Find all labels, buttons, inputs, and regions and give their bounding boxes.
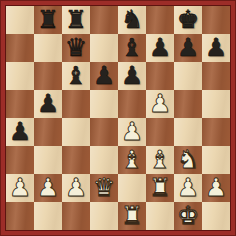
square-d3[interactable] xyxy=(90,146,118,174)
square-b6[interactable] xyxy=(34,62,62,90)
square-h8[interactable] xyxy=(202,6,230,34)
white-queen-d2[interactable]: ♛ xyxy=(93,175,115,200)
square-d2[interactable]: ♛ xyxy=(90,174,118,202)
white-bishop-e3[interactable]: ♝ xyxy=(121,147,143,172)
square-a7[interactable] xyxy=(6,34,34,62)
square-f6[interactable] xyxy=(146,62,174,90)
square-h7[interactable]: ♟ xyxy=(202,34,230,62)
square-e8[interactable]: ♞ xyxy=(118,6,146,34)
black-pawn-d6[interactable]: ♟ xyxy=(93,63,115,88)
white-bishop-f3[interactable]: ♝ xyxy=(149,147,171,172)
white-rook-e1[interactable]: ♜ xyxy=(121,203,143,228)
square-h1[interactable] xyxy=(202,202,230,230)
black-pawn-h7[interactable]: ♟ xyxy=(205,35,227,60)
black-pawn-b5[interactable]: ♟ xyxy=(37,91,59,116)
square-e7[interactable]: ♝ xyxy=(118,34,146,62)
black-pawn-f7[interactable]: ♟ xyxy=(149,35,171,60)
square-b3[interactable] xyxy=(34,146,62,174)
square-g2[interactable]: ♟ xyxy=(174,174,202,202)
square-b4[interactable] xyxy=(34,118,62,146)
square-f5[interactable]: ♟ xyxy=(146,90,174,118)
square-g3[interactable]: ♞ xyxy=(174,146,202,174)
black-pawn-g7[interactable]: ♟ xyxy=(177,35,199,60)
black-bishop-e7[interactable]: ♝ xyxy=(121,35,143,60)
black-knight-e8[interactable]: ♞ xyxy=(121,7,143,32)
square-d5[interactable] xyxy=(90,90,118,118)
white-pawn-c2[interactable]: ♟ xyxy=(65,175,87,200)
square-a4[interactable]: ♟ xyxy=(6,118,34,146)
square-f8[interactable] xyxy=(146,6,174,34)
square-d1[interactable] xyxy=(90,202,118,230)
square-b7[interactable] xyxy=(34,34,62,62)
square-e6[interactable]: ♟ xyxy=(118,62,146,90)
square-c3[interactable] xyxy=(62,146,90,174)
square-h5[interactable] xyxy=(202,90,230,118)
square-d8[interactable] xyxy=(90,6,118,34)
square-e1[interactable]: ♜ xyxy=(118,202,146,230)
square-b2[interactable]: ♟ xyxy=(34,174,62,202)
square-e3[interactable]: ♝ xyxy=(118,146,146,174)
square-g7[interactable]: ♟ xyxy=(174,34,202,62)
white-pawn-g2[interactable]: ♟ xyxy=(177,175,199,200)
square-g6[interactable] xyxy=(174,62,202,90)
square-e5[interactable] xyxy=(118,90,146,118)
white-rook-f2[interactable]: ♜ xyxy=(149,175,171,200)
square-c5[interactable] xyxy=(62,90,90,118)
black-king-g8[interactable]: ♚ xyxy=(177,7,199,32)
square-g1[interactable]: ♚ xyxy=(174,202,202,230)
square-a1[interactable] xyxy=(6,202,34,230)
square-c7[interactable]: ♛ xyxy=(62,34,90,62)
square-f2[interactable]: ♜ xyxy=(146,174,174,202)
white-pawn-a2[interactable]: ♟ xyxy=(9,175,31,200)
black-pawn-a4[interactable]: ♟ xyxy=(9,119,31,144)
chess-board: ♜♜♞♚♛♝♟♟♟♝♟♟♟♟♟♟♝♝♞♟♟♟♛♜♟♟♜♚ xyxy=(5,5,231,231)
square-c2[interactable]: ♟ xyxy=(62,174,90,202)
square-c6[interactable]: ♝ xyxy=(62,62,90,90)
black-bishop-c6[interactable]: ♝ xyxy=(65,63,87,88)
square-h2[interactable]: ♟ xyxy=(202,174,230,202)
square-b5[interactable]: ♟ xyxy=(34,90,62,118)
square-f7[interactable]: ♟ xyxy=(146,34,174,62)
black-queen-c7[interactable]: ♛ xyxy=(65,35,87,60)
square-h3[interactable] xyxy=(202,146,230,174)
square-a2[interactable]: ♟ xyxy=(6,174,34,202)
square-a3[interactable] xyxy=(6,146,34,174)
square-f3[interactable]: ♝ xyxy=(146,146,174,174)
board-frame: ♜♜♞♚♛♝♟♟♟♝♟♟♟♟♟♟♝♝♞♟♟♟♛♜♟♟♜♚ xyxy=(0,0,236,236)
square-c4[interactable] xyxy=(62,118,90,146)
black-rook-c8[interactable]: ♜ xyxy=(65,7,87,32)
white-pawn-e4[interactable]: ♟ xyxy=(121,119,143,144)
square-c8[interactable]: ♜ xyxy=(62,6,90,34)
square-f1[interactable] xyxy=(146,202,174,230)
white-pawn-h2[interactable]: ♟ xyxy=(205,175,227,200)
square-h6[interactable] xyxy=(202,62,230,90)
square-c1[interactable] xyxy=(62,202,90,230)
square-d7[interactable] xyxy=(90,34,118,62)
square-a5[interactable] xyxy=(6,90,34,118)
square-f4[interactable] xyxy=(146,118,174,146)
square-e4[interactable]: ♟ xyxy=(118,118,146,146)
white-pawn-b2[interactable]: ♟ xyxy=(37,175,59,200)
square-g5[interactable] xyxy=(174,90,202,118)
square-h4[interactable] xyxy=(202,118,230,146)
square-e2[interactable] xyxy=(118,174,146,202)
square-d4[interactable] xyxy=(90,118,118,146)
white-king-g1[interactable]: ♚ xyxy=(177,203,199,228)
square-b8[interactable]: ♜ xyxy=(34,6,62,34)
square-b1[interactable] xyxy=(34,202,62,230)
square-g4[interactable] xyxy=(174,118,202,146)
square-d6[interactable]: ♟ xyxy=(90,62,118,90)
white-pawn-f5[interactable]: ♟ xyxy=(149,91,171,116)
square-a6[interactable] xyxy=(6,62,34,90)
square-a8[interactable] xyxy=(6,6,34,34)
white-knight-g3[interactable]: ♞ xyxy=(177,147,199,172)
black-rook-b8[interactable]: ♜ xyxy=(37,7,59,32)
black-pawn-e6[interactable]: ♟ xyxy=(121,63,143,88)
square-g8[interactable]: ♚ xyxy=(174,6,202,34)
